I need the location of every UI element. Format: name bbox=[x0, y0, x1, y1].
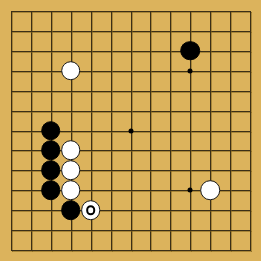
hoshi-point bbox=[128, 128, 133, 133]
black-stone bbox=[41, 180, 61, 200]
white-stone bbox=[61, 180, 81, 200]
black-stone bbox=[41, 161, 61, 181]
grid-line-horizontal bbox=[11, 11, 251, 12]
black-stone bbox=[61, 200, 81, 220]
grid-line-horizontal bbox=[11, 210, 251, 211]
go-board[interactable] bbox=[0, 0, 261, 261]
circle-marker-icon bbox=[86, 205, 96, 215]
grid-line-vertical bbox=[131, 11, 132, 251]
grid-line-vertical bbox=[31, 11, 32, 251]
white-stone bbox=[61, 61, 81, 81]
grid-line-vertical bbox=[11, 11, 12, 251]
white-stone bbox=[200, 180, 220, 200]
grid-line-vertical bbox=[230, 11, 231, 251]
grid-line-horizontal bbox=[11, 111, 251, 112]
white-stone bbox=[61, 141, 81, 161]
grid-line-vertical bbox=[150, 11, 151, 251]
white-stone-last-move bbox=[81, 200, 101, 220]
black-stone bbox=[41, 121, 61, 141]
grid-line-vertical bbox=[111, 11, 112, 251]
grid-line-horizontal bbox=[11, 250, 251, 251]
grid-line-vertical bbox=[170, 11, 171, 251]
hoshi-point bbox=[188, 188, 193, 193]
grid-line-vertical bbox=[250, 11, 251, 251]
grid-line-horizontal bbox=[11, 51, 251, 52]
grid-line-vertical bbox=[210, 11, 211, 251]
grid-line-horizontal bbox=[11, 71, 251, 72]
grid-line-horizontal bbox=[11, 31, 251, 32]
hoshi-point bbox=[188, 68, 193, 73]
white-stone bbox=[61, 161, 81, 181]
grid-line-horizontal bbox=[11, 91, 251, 92]
grid-line-horizontal bbox=[11, 230, 251, 231]
black-stone bbox=[41, 141, 61, 161]
black-stone bbox=[180, 41, 200, 61]
